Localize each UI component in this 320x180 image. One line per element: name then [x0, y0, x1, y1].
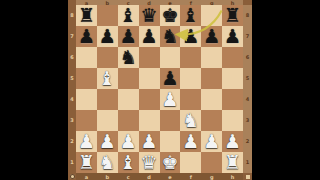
square-g5[interactable] [201, 68, 222, 89]
piece-white-pawn-e4[interactable]: ♟ [160, 89, 181, 110]
piece-black-queen-d8[interactable]: ♛ [139, 5, 160, 26]
file-labels-bottom: abcdefgh [76, 173, 243, 180]
square-b2[interactable]: ♟ [97, 131, 118, 152]
rank-label-2: 2 [68, 131, 76, 152]
rank-label-1: 1 [68, 152, 76, 173]
piece-white-pawn-c2[interactable]: ♟ [118, 131, 139, 152]
rank-label-7: 7 [68, 26, 76, 47]
square-f8[interactable]: ♝ [180, 5, 201, 26]
file-label-d: d [139, 173, 160, 180]
piece-white-king-e1[interactable]: ♚ [160, 152, 181, 173]
square-g6[interactable] [201, 47, 222, 68]
piece-black-pawn-f7[interactable]: ♟ [180, 26, 201, 47]
piece-black-bishop-c8[interactable]: ♝ [118, 5, 139, 26]
square-a7[interactable]: ♟ [76, 26, 97, 47]
piece-black-king-e8[interactable]: ♚ [160, 5, 181, 26]
square-b7[interactable]: ♟ [97, 26, 118, 47]
square-b6[interactable] [97, 47, 118, 68]
square-b5[interactable]: ♝ [97, 68, 118, 89]
square-h1[interactable]: ♜ [222, 152, 243, 173]
file-label-c: c [118, 173, 139, 180]
piece-black-knight-e7[interactable]: ♞ [160, 26, 181, 47]
square-a1[interactable]: ♜ [76, 152, 97, 173]
square-c4[interactable] [118, 89, 139, 110]
square-h2[interactable]: ♟ [222, 131, 243, 152]
file-label-h: h [222, 173, 243, 180]
piece-black-pawn-b7[interactable]: ♟ [97, 26, 118, 47]
piece-white-queen-d1[interactable]: ♛ [139, 152, 160, 173]
piece-white-pawn-a2[interactable]: ♟ [76, 131, 97, 152]
rank-label-2: 2 [243, 131, 252, 152]
square-b3[interactable] [97, 110, 118, 131]
piece-black-bishop-f8[interactable]: ♝ [180, 5, 201, 26]
rank-label-6: 6 [68, 47, 76, 68]
piece-black-rook-a8[interactable]: ♜ [76, 5, 97, 26]
piece-white-pawn-b2[interactable]: ♟ [97, 131, 118, 152]
square-f1[interactable] [180, 152, 201, 173]
piece-white-knight-f3[interactable]: ♞ [180, 110, 201, 131]
square-a6[interactable] [76, 47, 97, 68]
square-d3[interactable] [139, 110, 160, 131]
board-settings-icon[interactable] [70, 174, 75, 179]
rank-label-8: 8 [68, 5, 76, 26]
square-b8[interactable] [97, 5, 118, 26]
square-e1[interactable]: ♚ [160, 152, 181, 173]
square-g7[interactable]: ♟ [201, 26, 222, 47]
piece-white-pawn-g2[interactable]: ♟ [201, 131, 222, 152]
square-e5[interactable]: ♟ [160, 68, 181, 89]
square-d8[interactable]: ♛ [139, 5, 160, 26]
rank-label-3: 3 [68, 110, 76, 131]
square-c7[interactable]: ♟ [118, 26, 139, 47]
square-a4[interactable] [76, 89, 97, 110]
rank-label-4: 4 [243, 89, 252, 110]
file-label-b: b [97, 173, 118, 180]
rank-label-1: 1 [243, 152, 252, 173]
square-h8[interactable]: ♜ [222, 5, 243, 26]
chess-board: abcdefgh abcdefgh 87654321 87654321 ♜♝♛♚… [68, 0, 252, 180]
rank-label-8: 8 [243, 5, 252, 26]
rank-label-5: 5 [68, 68, 76, 89]
square-f7[interactable]: ♟ [180, 26, 201, 47]
square-c1[interactable]: ♝ [118, 152, 139, 173]
square-f3[interactable]: ♞ [180, 110, 201, 131]
square-d6[interactable] [139, 47, 160, 68]
rank-label-4: 4 [68, 89, 76, 110]
square-h6[interactable] [222, 47, 243, 68]
square-f6[interactable] [180, 47, 201, 68]
piece-black-pawn-a7[interactable]: ♟ [76, 26, 97, 47]
square-f2[interactable]: ♟ [180, 131, 201, 152]
square-c2[interactable]: ♟ [118, 131, 139, 152]
file-label-g: g [201, 173, 222, 180]
square-e6[interactable] [160, 47, 181, 68]
square-a3[interactable] [76, 110, 97, 131]
file-label-a: a [76, 173, 97, 180]
piece-black-rook-h8[interactable]: ♜ [222, 5, 243, 26]
square-b4[interactable] [97, 89, 118, 110]
square-h4[interactable] [222, 89, 243, 110]
piece-black-pawn-d7[interactable]: ♟ [139, 26, 160, 47]
square-c3[interactable] [118, 110, 139, 131]
square-g3[interactable] [201, 110, 222, 131]
square-g1[interactable] [201, 152, 222, 173]
board-resize-icon[interactable] [246, 175, 250, 179]
square-g2[interactable]: ♟ [201, 131, 222, 152]
piece-black-pawn-g7[interactable]: ♟ [201, 26, 222, 47]
piece-white-pawn-h2[interactable]: ♟ [222, 131, 243, 152]
square-a5[interactable] [76, 68, 97, 89]
rank-label-3: 3 [243, 110, 252, 131]
square-c6[interactable]: ♞ [118, 47, 139, 68]
piece-white-pawn-d2[interactable]: ♟ [139, 131, 160, 152]
square-e8[interactable]: ♚ [160, 5, 181, 26]
rank-labels-left: 87654321 [68, 5, 76, 173]
piece-white-knight-b1[interactable]: ♞ [97, 152, 118, 173]
rank-labels-right: 87654321 [243, 5, 252, 173]
square-e2[interactable] [160, 131, 181, 152]
piece-black-pawn-c7[interactable]: ♟ [118, 26, 139, 47]
board-grid: ♜♝♛♚♝♜♟♟♟♟♞♟♟♟♞♝♟♟♞♟♟♟♟♟♟♟♜♞♝♛♚♜ [76, 5, 243, 173]
square-f4[interactable] [180, 89, 201, 110]
square-d5[interactable] [139, 68, 160, 89]
square-c8[interactable]: ♝ [118, 5, 139, 26]
video-frame: abcdefgh abcdefgh 87654321 87654321 ♜♝♛♚… [0, 0, 320, 180]
piece-white-rook-h1[interactable]: ♜ [222, 152, 243, 173]
square-g4[interactable] [201, 89, 222, 110]
rank-label-5: 5 [243, 68, 252, 89]
piece-black-knight-c6[interactable]: ♞ [118, 47, 139, 68]
file-label-e: e [160, 173, 181, 180]
square-a8[interactable]: ♜ [76, 5, 97, 26]
piece-white-bishop-c1[interactable]: ♝ [118, 152, 139, 173]
square-h5[interactable] [222, 68, 243, 89]
square-h7[interactable]: ♟ [222, 26, 243, 47]
square-e3[interactable] [160, 110, 181, 131]
rank-label-6: 6 [243, 47, 252, 68]
square-a2[interactable]: ♟ [76, 131, 97, 152]
square-d2[interactable]: ♟ [139, 131, 160, 152]
piece-white-pawn-f2[interactable]: ♟ [180, 131, 201, 152]
file-label-f: f [180, 173, 201, 180]
square-d4[interactable] [139, 89, 160, 110]
piece-black-pawn-e5[interactable]: ♟ [160, 68, 181, 89]
square-d7[interactable]: ♟ [139, 26, 160, 47]
piece-white-rook-a1[interactable]: ♜ [76, 152, 97, 173]
square-g8[interactable] [201, 5, 222, 26]
square-e7[interactable]: ♞ [160, 26, 181, 47]
square-h3[interactable] [222, 110, 243, 131]
square-c5[interactable] [118, 68, 139, 89]
rank-label-7: 7 [243, 26, 252, 47]
square-e4[interactable]: ♟ [160, 89, 181, 110]
square-d1[interactable]: ♛ [139, 152, 160, 173]
piece-white-bishop-b5[interactable]: ♝ [97, 68, 118, 89]
square-f5[interactable] [180, 68, 201, 89]
piece-black-pawn-h7[interactable]: ♟ [222, 26, 243, 47]
square-b1[interactable]: ♞ [97, 152, 118, 173]
